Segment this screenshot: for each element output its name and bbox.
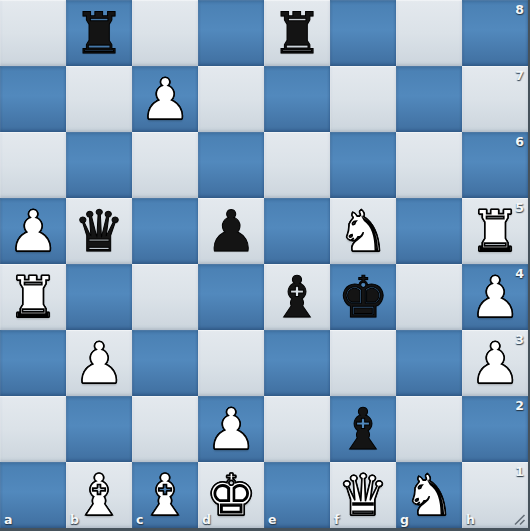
- file-label-a: a: [4, 512, 12, 527]
- white-pawn-piece[interactable]: ♟: [198, 396, 264, 462]
- square-f2[interactable]: ♝: [330, 396, 396, 462]
- square-f3[interactable]: [330, 330, 396, 396]
- square-h8[interactable]: 8: [462, 0, 528, 66]
- square-e4[interactable]: ♝: [264, 264, 330, 330]
- square-d5[interactable]: ♟: [198, 198, 264, 264]
- square-f4[interactable]: ♚: [330, 264, 396, 330]
- square-b4[interactable]: [66, 264, 132, 330]
- rank-label-1: 1: [515, 464, 524, 479]
- square-g8[interactable]: [396, 0, 462, 66]
- square-e6[interactable]: [264, 132, 330, 198]
- square-e2[interactable]: [264, 396, 330, 462]
- square-e3[interactable]: [264, 330, 330, 396]
- square-g3[interactable]: [396, 330, 462, 396]
- square-c5[interactable]: [132, 198, 198, 264]
- square-d7[interactable]: [198, 66, 264, 132]
- square-h5[interactable]: ♜5: [462, 198, 528, 264]
- chess-board: ♜♜8♟76♟♛♟♞♜5♜♝♚♟4♟♟3♟♝2a♝b♝c♚de♛f♞g1h: [0, 0, 530, 531]
- square-f7[interactable]: [330, 66, 396, 132]
- white-knight-piece[interactable]: ♞: [330, 198, 396, 264]
- rank-label-3: 3: [515, 332, 524, 347]
- square-a2[interactable]: [0, 396, 66, 462]
- square-a6[interactable]: [0, 132, 66, 198]
- square-g6[interactable]: [396, 132, 462, 198]
- square-b1[interactable]: ♝b: [66, 462, 132, 528]
- square-f8[interactable]: [330, 0, 396, 66]
- rank-label-8: 8: [515, 2, 524, 17]
- rank-label-7: 7: [515, 68, 524, 83]
- square-c1[interactable]: ♝c: [132, 462, 198, 528]
- file-label-f: f: [334, 512, 339, 527]
- white-pawn-piece[interactable]: ♟: [132, 66, 198, 132]
- square-a5[interactable]: ♟: [0, 198, 66, 264]
- square-h7[interactable]: 7: [462, 66, 528, 132]
- square-d2[interactable]: ♟: [198, 396, 264, 462]
- square-a7[interactable]: [0, 66, 66, 132]
- square-c2[interactable]: [132, 396, 198, 462]
- square-b7[interactable]: [66, 66, 132, 132]
- square-b6[interactable]: [66, 132, 132, 198]
- board-grid: ♜♜8♟76♟♛♟♞♜5♜♝♚♟4♟♟3♟♝2a♝b♝c♚de♛f♞g1h: [0, 0, 528, 528]
- square-h2[interactable]: 2: [462, 396, 528, 462]
- square-c3[interactable]: [132, 330, 198, 396]
- black-rook-piece[interactable]: ♜: [264, 0, 330, 66]
- square-e7[interactable]: [264, 66, 330, 132]
- square-f6[interactable]: [330, 132, 396, 198]
- square-a4[interactable]: ♜: [0, 264, 66, 330]
- rank-label-2: 2: [515, 398, 524, 413]
- square-b2[interactable]: [66, 396, 132, 462]
- square-d3[interactable]: [198, 330, 264, 396]
- square-c4[interactable]: [132, 264, 198, 330]
- square-f1[interactable]: ♛f: [330, 462, 396, 528]
- white-rook-piece[interactable]: ♜: [0, 264, 66, 330]
- square-d4[interactable]: [198, 264, 264, 330]
- square-d8[interactable]: [198, 0, 264, 66]
- square-a3[interactable]: [0, 330, 66, 396]
- black-bishop-piece[interactable]: ♝: [330, 396, 396, 462]
- square-g5[interactable]: [396, 198, 462, 264]
- square-g4[interactable]: [396, 264, 462, 330]
- rank-label-4: 4: [515, 266, 524, 281]
- black-queen-piece[interactable]: ♛: [66, 198, 132, 264]
- black-bishop-piece[interactable]: ♝: [264, 264, 330, 330]
- square-h3[interactable]: ♟3: [462, 330, 528, 396]
- square-e1[interactable]: e: [264, 462, 330, 528]
- square-b3[interactable]: ♟: [66, 330, 132, 396]
- white-pawn-piece[interactable]: ♟: [0, 198, 66, 264]
- square-c8[interactable]: [132, 0, 198, 66]
- square-b5[interactable]: ♛: [66, 198, 132, 264]
- black-king-piece[interactable]: ♚: [330, 264, 396, 330]
- square-g1[interactable]: ♞g: [396, 462, 462, 528]
- square-h6[interactable]: 6: [462, 132, 528, 198]
- square-d6[interactable]: [198, 132, 264, 198]
- square-d1[interactable]: ♚d: [198, 462, 264, 528]
- rank-label-5: 5: [515, 200, 524, 215]
- white-queen-piece[interactable]: ♛: [330, 462, 396, 528]
- square-e5[interactable]: [264, 198, 330, 264]
- square-a8[interactable]: [0, 0, 66, 66]
- square-g2[interactable]: [396, 396, 462, 462]
- square-f5[interactable]: ♞: [330, 198, 396, 264]
- square-e8[interactable]: ♜: [264, 0, 330, 66]
- black-pawn-piece[interactable]: ♟: [198, 198, 264, 264]
- resize-handle-icon[interactable]: [513, 513, 526, 526]
- square-c6[interactable]: [132, 132, 198, 198]
- square-b8[interactable]: ♜: [66, 0, 132, 66]
- square-g7[interactable]: [396, 66, 462, 132]
- file-label-d: d: [202, 512, 211, 527]
- file-label-b: b: [70, 512, 79, 527]
- file-label-c: c: [136, 512, 143, 527]
- square-c7[interactable]: ♟: [132, 66, 198, 132]
- rank-label-6: 6: [515, 134, 524, 149]
- file-label-e: e: [268, 512, 276, 527]
- square-h4[interactable]: ♟4: [462, 264, 528, 330]
- file-label-h: h: [466, 512, 475, 527]
- square-a1[interactable]: a: [0, 462, 66, 528]
- black-rook-piece[interactable]: ♜: [66, 0, 132, 66]
- white-pawn-piece[interactable]: ♟: [66, 330, 132, 396]
- file-label-g: g: [400, 512, 409, 527]
